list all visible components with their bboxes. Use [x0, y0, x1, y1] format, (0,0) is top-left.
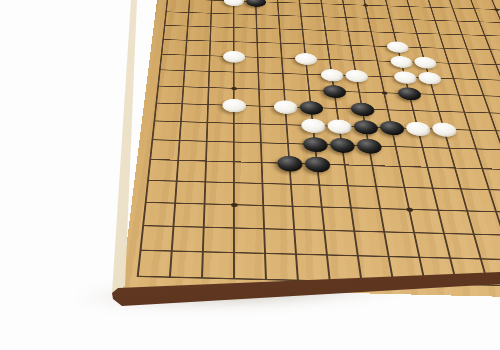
white-stone[interactable] [393, 71, 418, 84]
black-stone[interactable] [276, 155, 302, 171]
black-stone[interactable] [396, 87, 422, 100]
black-stone[interactable] [350, 102, 376, 116]
white-stone[interactable] [300, 118, 325, 133]
black-stone[interactable] [304, 156, 331, 172]
black-stone[interactable] [355, 138, 382, 153]
go-grid-19x19[interactable] [137, 0, 500, 291]
hoshi-point [231, 87, 237, 90]
black-stone[interactable] [302, 137, 328, 152]
white-stone[interactable] [294, 53, 317, 65]
black-stone[interactable] [322, 85, 347, 98]
white-stone[interactable] [320, 69, 344, 82]
hoshi-point [231, 203, 237, 207]
white-stone[interactable] [344, 69, 368, 82]
black-stone[interactable] [378, 121, 405, 136]
white-stone[interactable] [386, 41, 410, 53]
white-stone[interactable] [413, 56, 438, 68]
white-stone[interactable] [326, 119, 352, 134]
hoshi-point [363, 4, 368, 7]
black-stone[interactable] [329, 137, 356, 152]
go-board[interactable] [121, 0, 500, 302]
white-stone[interactable] [430, 122, 458, 137]
hoshi-point [381, 91, 387, 94]
hoshi-point [493, 8, 499, 11]
white-stone[interactable] [224, 0, 244, 6]
black-stone[interactable] [352, 120, 378, 135]
hoshi-point [406, 207, 413, 211]
white-stone[interactable] [389, 56, 413, 68]
white-stone[interactable] [417, 72, 442, 85]
go-board-photo [0, 0, 500, 350]
white-stone[interactable] [273, 100, 297, 114]
white-stone[interactable] [223, 50, 245, 62]
black-stone[interactable] [299, 101, 324, 115]
white-stone[interactable] [222, 98, 246, 112]
white-stone[interactable] [404, 121, 431, 136]
black-stone[interactable] [246, 0, 266, 7]
